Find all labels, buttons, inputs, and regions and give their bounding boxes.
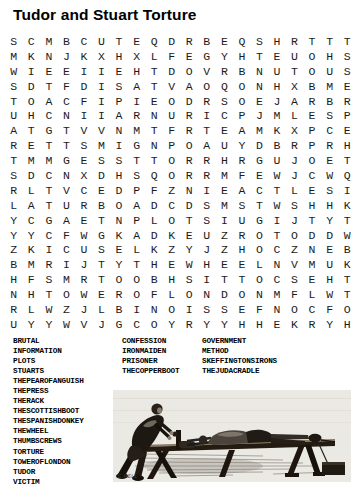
grid-cell: C (40, 108, 58, 123)
grid-cell: H (5, 272, 23, 287)
grid-cell: F (23, 272, 41, 287)
grid-cell: P (303, 138, 321, 153)
grid-cell: E (268, 49, 286, 64)
grid-cell: A (23, 198, 41, 213)
grid-cell: K (163, 228, 181, 243)
grid-cell: B (303, 79, 321, 94)
grid-cell: S (180, 272, 198, 287)
grid-cell: Y (5, 213, 23, 228)
grid-cell: O (163, 213, 181, 228)
grid-cell: O (58, 287, 76, 302)
grid-cell: W (75, 228, 93, 243)
grid-cell: O (180, 287, 198, 302)
grid-cell: Y (216, 317, 234, 332)
engraving-svg (113, 390, 351, 482)
grid-cell: S (93, 242, 111, 257)
grid-cell: W (180, 257, 198, 272)
word-list-item: CONFESSION (122, 336, 179, 346)
grid-cell: C (40, 168, 58, 183)
grid-cell: C (303, 302, 321, 317)
grid-cell: T (128, 257, 146, 272)
grid-cell: U (268, 64, 286, 79)
grid-cell: C (58, 242, 76, 257)
grid-cell: S (321, 183, 339, 198)
word-list-item: THEPRESS (13, 386, 84, 396)
grid-cell: K (268, 123, 286, 138)
grid-cell: R (286, 138, 304, 153)
grid-cell: T (110, 34, 128, 49)
grid-cell: E (216, 123, 234, 138)
grid-cell: D (145, 228, 163, 243)
grid-cell: D (23, 168, 41, 183)
word-list-item: THUMBSCREWS (13, 436, 84, 446)
grid-cell: G (93, 228, 111, 243)
grid-cell: X (128, 49, 146, 64)
grid-cell: O (338, 302, 353, 317)
grid-cell: Y (163, 317, 181, 332)
grid-cell: L (5, 198, 23, 213)
grid-cell: T (286, 64, 304, 79)
grid-cell: T (303, 34, 321, 49)
grid-cell: L (128, 242, 146, 257)
grid-cell: V (75, 123, 93, 138)
grid-cell: T (338, 287, 353, 302)
grid-cell: C (321, 123, 339, 138)
grid-cell: D (163, 64, 181, 79)
grid-cell: T (5, 153, 23, 168)
grid-cell: A (110, 108, 128, 123)
grid-cell: N (58, 168, 76, 183)
grid-cell: O (233, 287, 251, 302)
grid-cell: T (251, 49, 269, 64)
grid-cell: D (75, 79, 93, 94)
grid-cell: T (216, 272, 234, 287)
grid-cell: M (93, 138, 111, 153)
word-list-item: METHOD (202, 346, 277, 356)
grid-cell: B (58, 34, 76, 49)
grid-cell: M (303, 257, 321, 272)
grid-cell: E (163, 257, 181, 272)
grid-cell: Y (233, 138, 251, 153)
grid-cell: N (110, 123, 128, 138)
grid-cell: X (93, 49, 111, 64)
grid-cell: T (93, 257, 111, 272)
grid-cell: B (198, 34, 216, 49)
grid-cell: R (75, 198, 93, 213)
grid-cell: J (198, 242, 216, 257)
grid-cell: D (180, 198, 198, 213)
grid-cell: P (128, 183, 146, 198)
word-list-item: BRUTAL (13, 336, 84, 346)
grid-cell: G (128, 138, 146, 153)
grid-cell: W (40, 302, 58, 317)
grid-cell: Y (5, 228, 23, 243)
grid-cell: B (145, 272, 163, 287)
grid-cell: C (128, 317, 146, 332)
grid-cell: E (303, 108, 321, 123)
grid-cell: S (216, 94, 234, 109)
grid-cell: Q (145, 168, 163, 183)
grid-cell: R (321, 138, 339, 153)
word-list-item: SKEFFINGTONSIRONS (202, 356, 277, 366)
grid-cell: O (251, 272, 269, 287)
grid-cell: C (58, 94, 76, 109)
grid-cell: T (40, 198, 58, 213)
word-list-item: VICTIM (13, 477, 84, 487)
grid-cell: K (23, 242, 41, 257)
grid-cell: I (128, 94, 146, 109)
grid-cell: S (251, 34, 269, 49)
grid-cell: T (40, 79, 58, 94)
grid-cell: O (303, 49, 321, 64)
word-list-item: THECOPPERBOOT (122, 366, 179, 376)
grid-cell: R (5, 302, 23, 317)
grid-cell: Y (321, 213, 339, 228)
grid-cell: Y (23, 228, 41, 243)
grid-cell: T (23, 123, 41, 138)
grid-cell: A (128, 79, 146, 94)
grid-cell: S (128, 168, 146, 183)
grid-cell: L (145, 49, 163, 64)
grid-cell: O (233, 79, 251, 94)
grid-cell: E (338, 79, 353, 94)
grid-cell: R (110, 287, 128, 302)
grid-cell: J (75, 257, 93, 272)
grid-cell: D (93, 168, 111, 183)
grid-cell: E (338, 123, 353, 138)
grid-cell: R (180, 317, 198, 332)
grid-cell: E (216, 257, 234, 272)
grid-cell: S (321, 108, 339, 123)
grid-cell: N (40, 49, 58, 64)
grid-cell: G (40, 213, 58, 228)
grid-cell: E (128, 34, 146, 49)
grid-cell: T (5, 94, 23, 109)
grid-cell: H (233, 242, 251, 257)
grid-cell: A (180, 79, 198, 94)
word-list-item: INFORMATION (13, 346, 84, 356)
grid-cell: T (268, 228, 286, 243)
grid-cell: L (145, 213, 163, 228)
grid-cell: E (216, 34, 234, 49)
grid-cell: O (180, 64, 198, 79)
grid-cell: P (110, 94, 128, 109)
grid-cell: E (75, 153, 93, 168)
grid-cell: O (198, 79, 216, 94)
grid-cell: B (233, 64, 251, 79)
grid-cell: O (145, 317, 163, 332)
grid-cell: I (93, 108, 111, 123)
grid-cell: N (198, 287, 216, 302)
grid-cell: E (251, 168, 269, 183)
grid-cell: J (251, 108, 269, 123)
grid-cell: H (321, 272, 339, 287)
grid-cell: T (251, 198, 269, 213)
grid-cell: B (5, 257, 23, 272)
grid-cell: E (110, 64, 128, 79)
grid-cell: H (145, 257, 163, 272)
grid-cell: W (58, 317, 76, 332)
grid-cell: J (286, 153, 304, 168)
grid-cell: O (110, 198, 128, 213)
grid-cell: W (75, 287, 93, 302)
grid-cell: W (268, 168, 286, 183)
grid-cell: U (233, 213, 251, 228)
grid-cell: I (198, 272, 216, 287)
grid-cell: U (321, 257, 339, 272)
grid-cell: S (198, 302, 216, 317)
grid-cell: W (321, 168, 339, 183)
grid-cell: M (5, 49, 23, 64)
grid-cell: B (268, 138, 286, 153)
grid-cell: N (58, 108, 76, 123)
worksheet-page: Tudor and Stuart Torture SCMBCUTEQDRBEQS… (0, 0, 353, 500)
grid-cell: C (75, 183, 93, 198)
grid-cell: J (286, 213, 304, 228)
grid-cell: W (5, 64, 23, 79)
grid-cell: E (75, 213, 93, 228)
grid-cell: O (180, 138, 198, 153)
grid-cell: R (233, 153, 251, 168)
grid-cell: L (251, 257, 269, 272)
grid-cell: B (321, 94, 339, 109)
grid-cell: H (110, 168, 128, 183)
grid-cell: H (216, 153, 234, 168)
grid-cell: F (145, 287, 163, 302)
grid-cell: E (110, 242, 128, 257)
grid-cell: T (145, 123, 163, 138)
grid-cell: O (233, 94, 251, 109)
word-list-item: THEWHEEL (13, 426, 84, 436)
grid-cell: E (145, 94, 163, 109)
grid-cell: Y (23, 317, 41, 332)
grid-cell: C (75, 34, 93, 49)
grid-cell: I (40, 242, 58, 257)
grid-cell: U (5, 317, 23, 332)
grid-cell: D (251, 138, 269, 153)
grid-cell: I (75, 108, 93, 123)
grid-cell: O (163, 168, 181, 183)
grid-cell: S (216, 302, 234, 317)
grid-cell: R (180, 34, 198, 49)
grid-cell: R (198, 153, 216, 168)
rack-torture-illustration: C.HELL (113, 390, 351, 482)
grid-cell: F (163, 123, 181, 138)
grid-cell: H (128, 64, 146, 79)
grid-cell: V (163, 79, 181, 94)
grid-cell: T (338, 153, 353, 168)
grid-cell: T (338, 272, 353, 287)
grid-cell: S (286, 198, 304, 213)
engraving-signature: C.HELL (118, 473, 138, 479)
grid-cell: Y (321, 317, 339, 332)
word-list-column: BRUTALINFORMATIONPLOTSSTUARTSTHEPEAROFAN… (13, 336, 84, 487)
grid-cell: Z (216, 242, 234, 257)
grid-cell: M (128, 123, 146, 138)
grid-cell: R (5, 138, 23, 153)
grid-cell: T (198, 123, 216, 138)
grid-cell: R (40, 257, 58, 272)
grid-cell: G (58, 153, 76, 168)
grid-cell: T (268, 183, 286, 198)
grid-cell: T (58, 138, 76, 153)
grid-cell: T (145, 79, 163, 94)
grid-cell: S (233, 198, 251, 213)
grid-cell: T (303, 213, 321, 228)
word-list-item: PRISONER (122, 356, 179, 366)
word-search-grid: SCMBCUTEQDRBEQSHRTTTMKNJKXHXLFEGYHTEUOHS… (5, 34, 353, 332)
grid-cell: R (303, 317, 321, 332)
grid-cell: A (128, 198, 146, 213)
grid-cell: T (93, 272, 111, 287)
grid-cell: Q (145, 34, 163, 49)
grid-cell: R (180, 168, 198, 183)
grid-cell: U (93, 34, 111, 49)
word-list-item: PLOTS (13, 356, 84, 366)
grid-cell: K (286, 317, 304, 332)
grid-cell: E (303, 183, 321, 198)
grid-cell: K (110, 228, 128, 243)
grid-cell: W (338, 228, 353, 243)
grid-cell: V (93, 123, 111, 138)
grid-cell: S (338, 49, 353, 64)
grid-cell: M (58, 272, 76, 287)
grid-cell: V (286, 257, 304, 272)
word-list-item: THEJUDACRADLE (202, 366, 277, 376)
grid-cell: J (268, 94, 286, 109)
grid-cell: D (145, 198, 163, 213)
grid-cell: L (163, 287, 181, 302)
word-list-item: TUDOR (13, 467, 84, 477)
grid-cell: K (75, 49, 93, 64)
grid-cell: A (233, 183, 251, 198)
grid-cell: M (268, 108, 286, 123)
grid-cell: U (268, 153, 286, 168)
grid-cell: U (216, 138, 234, 153)
grid-cell: I (75, 64, 93, 79)
grid-cell: P (163, 138, 181, 153)
grid-cell: E (93, 287, 111, 302)
grid-cell: C (23, 213, 41, 228)
grid-cell: R (216, 64, 234, 79)
grid-cell: O (110, 272, 128, 287)
grid-cell: Z (286, 242, 304, 257)
grid-cell: N (180, 183, 198, 198)
grid-cell: O (163, 302, 181, 317)
grid-cell: H (268, 34, 286, 49)
grid-cell: F (163, 49, 181, 64)
grid-cell: N (145, 138, 163, 153)
word-list-item: IRONMAIDEN (122, 346, 179, 356)
grid-cell: L (303, 287, 321, 302)
word-list-item: THESCOTTISHBOOT (13, 406, 84, 416)
grid-cell: S (5, 168, 23, 183)
grid-cell: H (23, 287, 41, 302)
grid-cell: O (128, 287, 146, 302)
grid-cell: F (145, 183, 163, 198)
grid-cell: A (5, 123, 23, 138)
grid-cell: N (268, 302, 286, 317)
grid-cell: T (128, 153, 146, 168)
grid-cell: H (198, 257, 216, 272)
grid-cell: T (180, 213, 198, 228)
grid-cell: G (198, 49, 216, 64)
grid-cell: O (23, 94, 41, 109)
grid-cell: H (338, 317, 353, 332)
grid-cell: U (321, 64, 339, 79)
grid-cell: I (23, 64, 41, 79)
grid-cell: W (321, 287, 339, 302)
grid-cell: L (23, 302, 41, 317)
grid-cell: S (93, 153, 111, 168)
grid-cell: E (321, 153, 339, 168)
grid-cell: M (23, 153, 41, 168)
grid-cell: T (233, 272, 251, 287)
grid-cell: N (5, 287, 23, 302)
grid-cell: Y (180, 242, 198, 257)
grid-cell: A (58, 213, 76, 228)
grid-cell: H (110, 49, 128, 64)
grid-cell: D (163, 34, 181, 49)
grid-cell: A (198, 138, 216, 153)
grid-cell: T (40, 287, 58, 302)
grid-cell: S (198, 213, 216, 228)
grid-cell: N (145, 108, 163, 123)
grid-cell: D (110, 183, 128, 198)
grid-cell: U (286, 49, 304, 64)
grid-cell: U (198, 228, 216, 243)
grid-cell: J (58, 49, 76, 64)
grid-cell: H (338, 138, 353, 153)
grid-cell: U (5, 108, 23, 123)
grid-cell: B (93, 198, 111, 213)
grid-cell: J (75, 302, 93, 317)
grid-cell: T (40, 183, 58, 198)
grid-cell: R (180, 108, 198, 123)
grid-cell: D (303, 228, 321, 243)
grid-cell: O (286, 302, 304, 317)
grid-cell: Z (163, 183, 181, 198)
grid-cell: E (58, 64, 76, 79)
grid-cell: M (216, 168, 234, 183)
grid-cell: I (93, 79, 111, 94)
grid-cell: K (145, 242, 163, 257)
grid-cell: Y (40, 317, 58, 332)
grid-cell: H (321, 198, 339, 213)
grid-cell: A (286, 94, 304, 109)
grid-cell: E (180, 228, 198, 243)
grid-cell: I (180, 302, 198, 317)
grid-cell: O (303, 153, 321, 168)
grid-cell: K (338, 257, 353, 272)
grid-cell: L (93, 302, 111, 317)
word-list-item: GOVERNMENT (202, 336, 277, 346)
grid-cell: K (23, 49, 41, 64)
grid-cell: S (338, 64, 353, 79)
grid-cell: R (286, 34, 304, 49)
grid-cell: S (110, 79, 128, 94)
grid-cell: O (251, 242, 269, 257)
grid-cell: D (321, 228, 339, 243)
grid-cell: R (128, 108, 146, 123)
grid-cell: S (5, 34, 23, 49)
grid-cell: V (58, 183, 76, 198)
grid-cell: D (23, 79, 41, 94)
grid-cell: F (286, 287, 304, 302)
grid-cell: O (251, 228, 269, 243)
grid-cell: E (233, 302, 251, 317)
grid-cell: Z (216, 228, 234, 243)
